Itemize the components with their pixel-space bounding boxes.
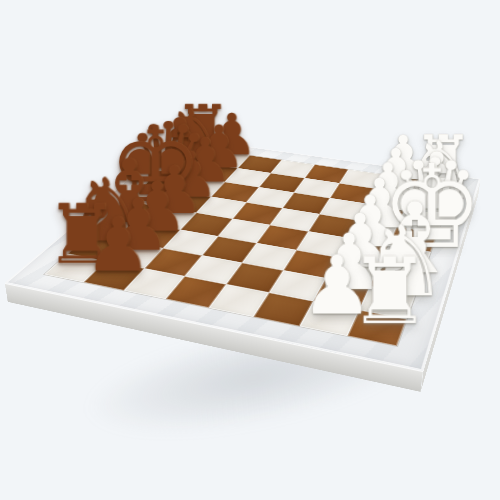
product-photo-canvas: ♜♟♟♜♞♟♟♞♝♟♟♝♛♟♟♛♚♟♟♚♝♟♟♝♞♟♟♞♜♟♟♜: [0, 0, 500, 500]
piece-white-pawn: ♟: [376, 128, 413, 189]
piece-brown-knight: ♞: [68, 167, 111, 254]
piece-brown-bishop: ♝: [144, 108, 181, 187]
piece-white-rook: ♜: [413, 126, 450, 195]
piece-brown-rook: ♜: [175, 96, 209, 159]
piece-brown-rook: ♜: [45, 193, 89, 275]
chess-board: ♜♟♟♜♞♟♟♞♝♟♟♝♛♟♟♛♚♟♟♚♝♟♟♝♞♟♟♞♜♟♟♜: [5, 137, 481, 371]
piece-brown-bishop: ♝: [90, 147, 131, 235]
piece-white-knight: ♞: [406, 131, 445, 210]
square-a4: [305, 165, 349, 184]
square-g1: ♞: [359, 286, 415, 319]
piece-brown-king: ♚: [109, 114, 148, 217]
scene: ♜♟♟♜♞♟♟♞♝♟♟♝♛♟♟♛♚♟♟♚♝♟♟♝♞♟♟♞♜♟♟♜: [0, 0, 500, 500]
piece-brown-knight: ♞: [160, 100, 195, 172]
square-a2: ♟: [375, 174, 418, 194]
piece-brown-queen: ♛: [127, 111, 165, 202]
